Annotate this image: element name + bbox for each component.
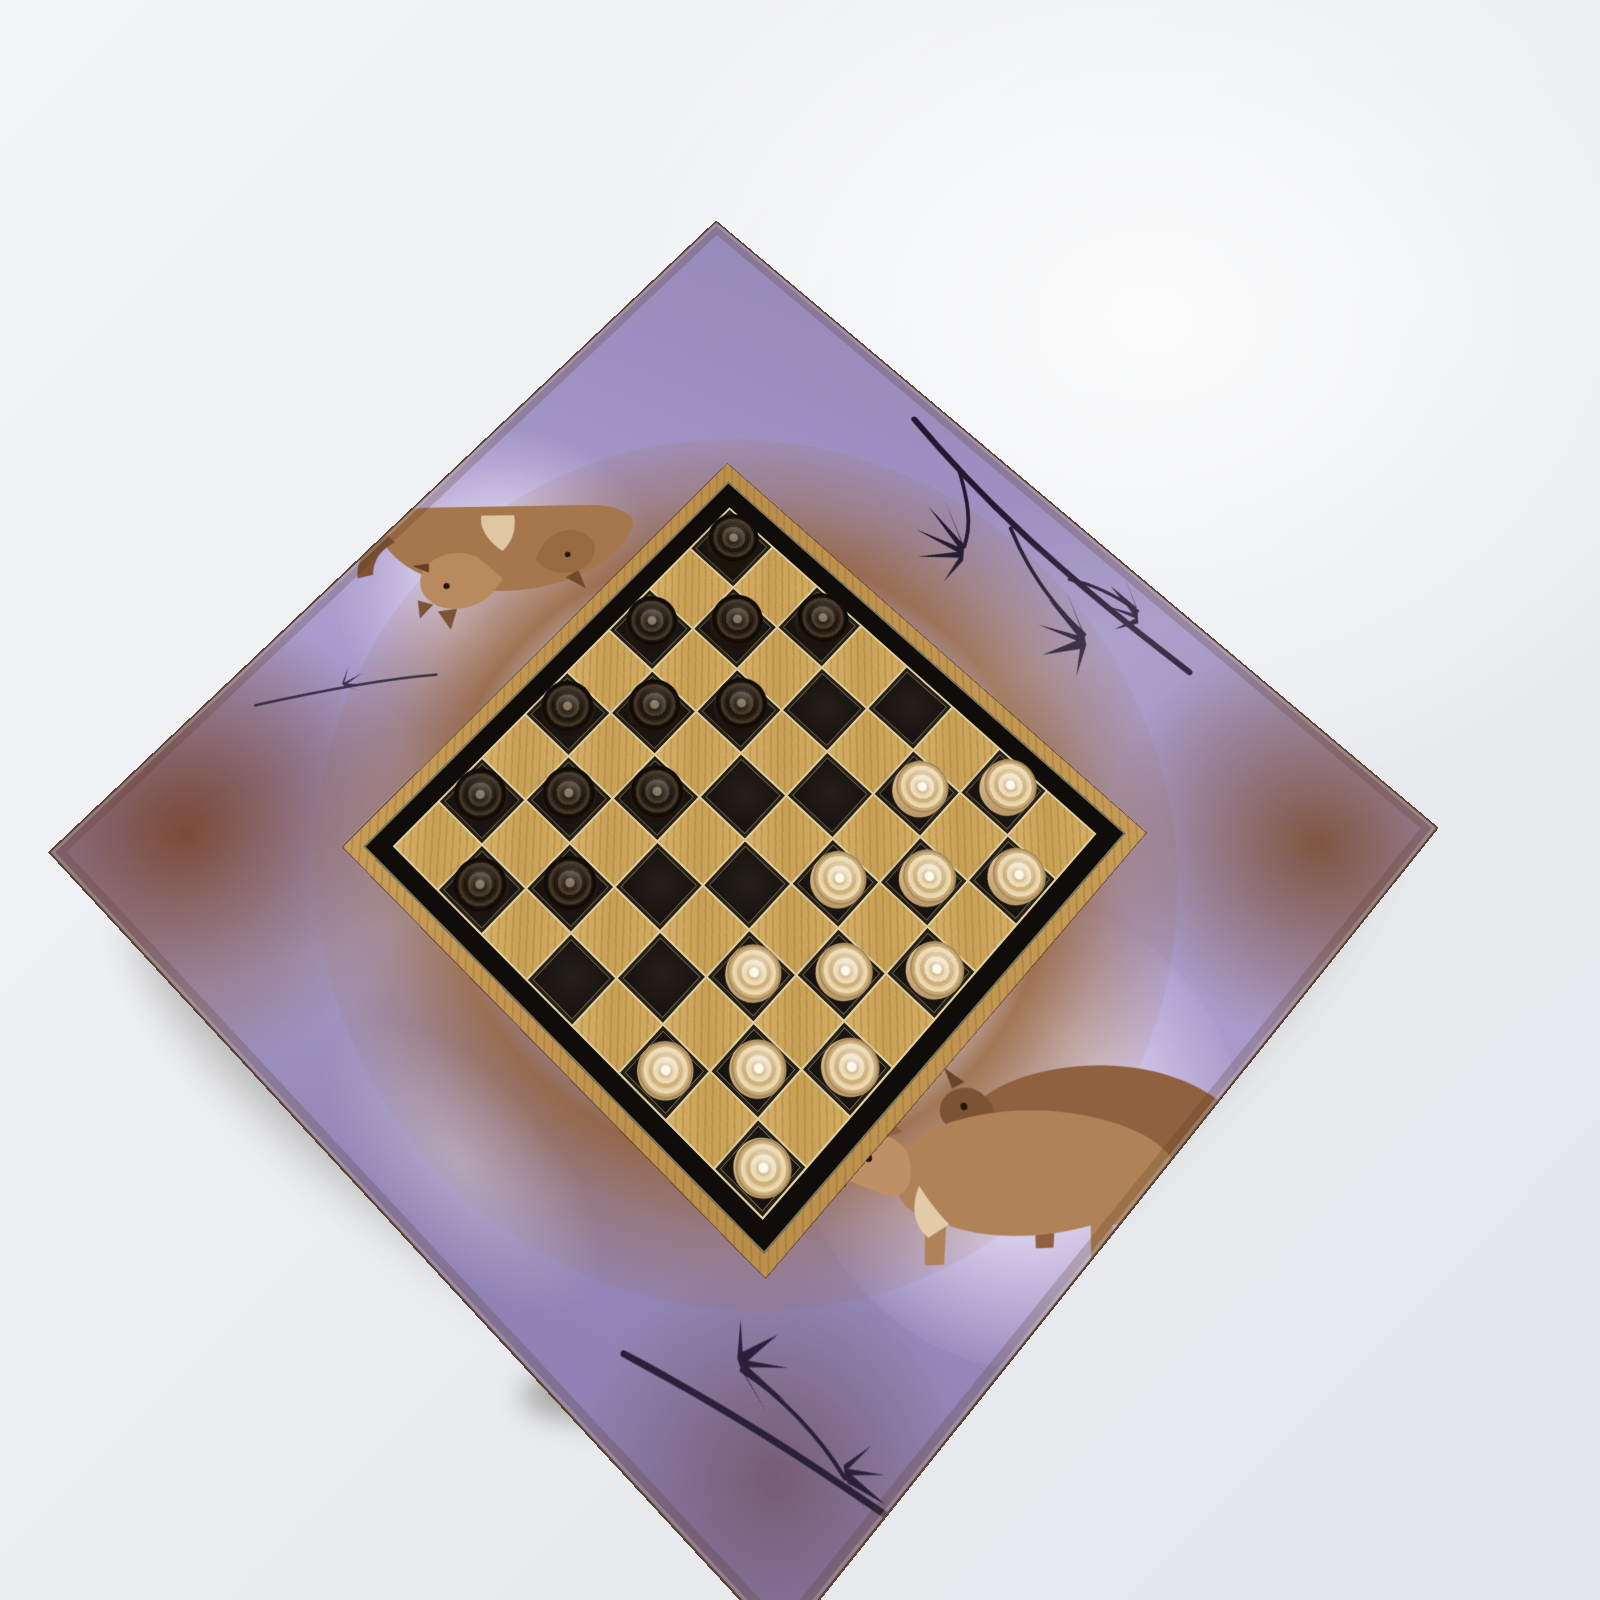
case-3d-wrapper: ⛂⛂⛀⛂⛀⛀⛂⛂⛀⛂⛀⛀⛂⛂⛀⛂⛀⛀⛂⛂⛀⛂⛀⛀: [255, 350, 1235, 1330]
wolf-pair-top-left: [297, 471, 684, 668]
product-photo-scene: ⛂⛂⛀⛂⛀⛀⛂⛂⛀⛂⛀⛀⛂⛂⛀⛂⛀⛀⛂⛂⛀⛂⛀⛀: [0, 0, 1600, 1600]
